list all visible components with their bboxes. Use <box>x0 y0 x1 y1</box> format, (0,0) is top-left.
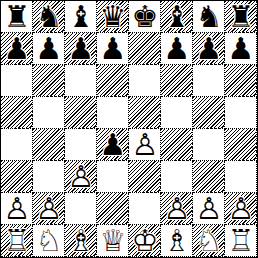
square-g5[interactable] <box>193 97 225 129</box>
square-b2[interactable]: ♟♙ <box>33 193 65 225</box>
piece-glyph: ♟ <box>68 33 95 65</box>
piece-glyph: ♟ <box>4 33 31 65</box>
square-a6[interactable] <box>1 65 33 97</box>
square-a5[interactable] <box>1 97 33 129</box>
piece-glyph: ♟ <box>36 33 63 65</box>
square-c4[interactable] <box>65 129 97 161</box>
piece-black-pawn-g7[interactable]: ♟♟ <box>193 33 225 65</box>
piece-white-pawn-e4[interactable]: ♟♙ <box>129 129 161 161</box>
square-f2[interactable]: ♟♙ <box>161 193 193 225</box>
square-a8[interactable]: ♜♜ <box>1 1 33 33</box>
piece-glyph: ♜ <box>4 1 31 33</box>
piece-black-knight-b8[interactable]: ♞♞ <box>33 1 65 33</box>
square-a4[interactable] <box>1 129 33 161</box>
square-b3[interactable] <box>33 161 65 193</box>
square-g2[interactable]: ♟♙ <box>193 193 225 225</box>
square-d6[interactable] <box>97 65 129 97</box>
piece-white-pawn-b2[interactable]: ♟♙ <box>33 193 65 225</box>
piece-glyph: ♙ <box>68 161 95 193</box>
piece-white-pawn-c3[interactable]: ♟♙ <box>65 161 97 193</box>
piece-white-pawn-g2[interactable]: ♟♙ <box>193 193 225 225</box>
piece-glyph: ♖ <box>4 225 31 257</box>
piece-white-knight-g1[interactable]: ♞♘ <box>193 225 225 257</box>
piece-black-rook-a8[interactable]: ♜♜ <box>1 1 33 33</box>
piece-black-knight-g8[interactable]: ♞♞ <box>193 1 225 33</box>
piece-black-bishop-c8[interactable]: ♝♝ <box>65 1 97 33</box>
square-e8[interactable]: ♚♚ <box>129 1 161 33</box>
piece-white-rook-a1[interactable]: ♜♖ <box>1 225 33 257</box>
square-f6[interactable] <box>161 65 193 97</box>
square-a7[interactable]: ♟♟ <box>1 33 33 65</box>
square-b6[interactable] <box>33 65 65 97</box>
square-b1[interactable]: ♞♘ <box>33 225 65 257</box>
piece-white-bishop-c1[interactable]: ♝♗ <box>65 225 97 257</box>
square-c5[interactable] <box>65 97 97 129</box>
piece-glyph: ♞ <box>36 1 63 33</box>
piece-glyph: ♙ <box>228 193 255 225</box>
square-h6[interactable] <box>225 65 257 97</box>
piece-glyph: ♟ <box>196 33 223 65</box>
square-b7[interactable]: ♟♟ <box>33 33 65 65</box>
piece-glyph: ♟ <box>228 33 255 65</box>
piece-glyph: ♙ <box>132 129 159 161</box>
square-c2[interactable] <box>65 193 97 225</box>
square-b5[interactable] <box>33 97 65 129</box>
square-f8[interactable]: ♝♝ <box>161 1 193 33</box>
square-c7[interactable]: ♟♟ <box>65 33 97 65</box>
square-c8[interactable]: ♝♝ <box>65 1 97 33</box>
square-g8[interactable]: ♞♞ <box>193 1 225 33</box>
piece-glyph: ♙ <box>196 193 223 225</box>
piece-white-pawn-f2[interactable]: ♟♙ <box>161 193 193 225</box>
square-f1[interactable]: ♝♗ <box>161 225 193 257</box>
square-d5[interactable] <box>97 97 129 129</box>
square-a3[interactable] <box>1 161 33 193</box>
piece-black-pawn-f7[interactable]: ♟♟ <box>161 33 193 65</box>
board-border: ♜♜♞♞♝♝♛♛♚♚♝♝♞♞♜♜♟♟♟♟♟♟♟♟♟♟♟♟♟♟♟♟♟♙♟♙♟♙♟♙… <box>0 0 258 258</box>
square-f3[interactable] <box>161 161 193 193</box>
square-f7[interactable]: ♟♟ <box>161 33 193 65</box>
piece-glyph: ♜ <box>228 1 255 33</box>
square-h8[interactable]: ♜♜ <box>225 1 257 33</box>
square-d4[interactable]: ♟♟ <box>97 129 129 161</box>
chess-board: ♜♜♞♞♝♝♛♛♚♚♝♝♞♞♜♜♟♟♟♟♟♟♟♟♟♟♟♟♟♟♟♟♟♙♟♙♟♙♟♙… <box>1 1 257 257</box>
piece-black-king-e8[interactable]: ♚♚ <box>129 1 161 33</box>
square-f4[interactable] <box>161 129 193 161</box>
piece-black-queen-d8[interactable]: ♛♛ <box>97 1 129 33</box>
piece-glyph: ♖ <box>228 225 255 257</box>
piece-black-bishop-f8[interactable]: ♝♝ <box>161 1 193 33</box>
square-d2[interactable] <box>97 193 129 225</box>
piece-glyph: ♘ <box>36 225 63 257</box>
piece-glyph: ♚ <box>132 1 159 33</box>
square-h3[interactable] <box>225 161 257 193</box>
piece-glyph: ♟ <box>100 129 127 161</box>
square-c1[interactable]: ♝♗ <box>65 225 97 257</box>
piece-glyph: ♝ <box>68 1 95 33</box>
piece-white-knight-b1[interactable]: ♞♘ <box>33 225 65 257</box>
square-h5[interactable] <box>225 97 257 129</box>
square-e7[interactable] <box>129 33 161 65</box>
piece-glyph: ♗ <box>68 225 95 257</box>
square-c3[interactable]: ♟♙ <box>65 161 97 193</box>
piece-glyph: ♛ <box>100 1 127 33</box>
piece-black-pawn-b7[interactable]: ♟♟ <box>33 33 65 65</box>
square-h1[interactable]: ♜♖ <box>225 225 257 257</box>
square-a2[interactable]: ♟♙ <box>1 193 33 225</box>
square-b8[interactable]: ♞♞ <box>33 1 65 33</box>
piece-white-bishop-f1[interactable]: ♝♗ <box>161 225 193 257</box>
square-g3[interactable] <box>193 161 225 193</box>
square-d3[interactable] <box>97 161 129 193</box>
piece-glyph: ♘ <box>196 225 223 257</box>
piece-glyph: ♞ <box>196 1 223 33</box>
square-a1[interactable]: ♜♖ <box>1 225 33 257</box>
square-e4[interactable]: ♟♙ <box>129 129 161 161</box>
square-h4[interactable] <box>225 129 257 161</box>
square-g1[interactable]: ♞♘ <box>193 225 225 257</box>
square-h2[interactable]: ♟♙ <box>225 193 257 225</box>
square-e1[interactable]: ♚♔ <box>129 225 161 257</box>
square-g6[interactable] <box>193 65 225 97</box>
square-e6[interactable] <box>129 65 161 97</box>
piece-glyph: ♟ <box>164 33 191 65</box>
piece-glyph: ♔ <box>132 225 159 257</box>
piece-glyph: ♗ <box>164 225 191 257</box>
piece-white-queen-d1[interactable]: ♛♕ <box>97 225 129 257</box>
piece-glyph: ♝ <box>164 1 191 33</box>
piece-black-pawn-d4[interactable]: ♟♟ <box>97 129 129 161</box>
piece-black-pawn-c7[interactable]: ♟♟ <box>65 33 97 65</box>
piece-glyph: ♙ <box>164 193 191 225</box>
piece-glyph: ♙ <box>4 193 31 225</box>
piece-white-pawn-h2[interactable]: ♟♙ <box>225 193 257 225</box>
square-g7[interactable]: ♟♟ <box>193 33 225 65</box>
piece-white-pawn-a2[interactable]: ♟♙ <box>1 193 33 225</box>
square-f5[interactable] <box>161 97 193 129</box>
piece-black-pawn-h7[interactable]: ♟♟ <box>225 33 257 65</box>
square-h7[interactable]: ♟♟ <box>225 33 257 65</box>
piece-glyph: ♕ <box>100 225 127 257</box>
square-d8[interactable]: ♛♛ <box>97 1 129 33</box>
square-e3[interactable] <box>129 161 161 193</box>
square-b4[interactable] <box>33 129 65 161</box>
piece-white-rook-h1[interactable]: ♜♖ <box>225 225 257 257</box>
square-d7[interactable]: ♟♟ <box>97 33 129 65</box>
piece-glyph: ♙ <box>36 193 63 225</box>
square-d1[interactable]: ♛♕ <box>97 225 129 257</box>
piece-glyph: ♟ <box>100 33 127 65</box>
piece-white-king-e1[interactable]: ♚♔ <box>129 225 161 257</box>
piece-black-rook-h8[interactable]: ♜♜ <box>225 1 257 33</box>
piece-black-pawn-a7[interactable]: ♟♟ <box>1 33 33 65</box>
square-e2[interactable] <box>129 193 161 225</box>
piece-black-pawn-d7[interactable]: ♟♟ <box>97 33 129 65</box>
square-e5[interactable] <box>129 97 161 129</box>
square-c6[interactable] <box>65 65 97 97</box>
square-g4[interactable] <box>193 129 225 161</box>
